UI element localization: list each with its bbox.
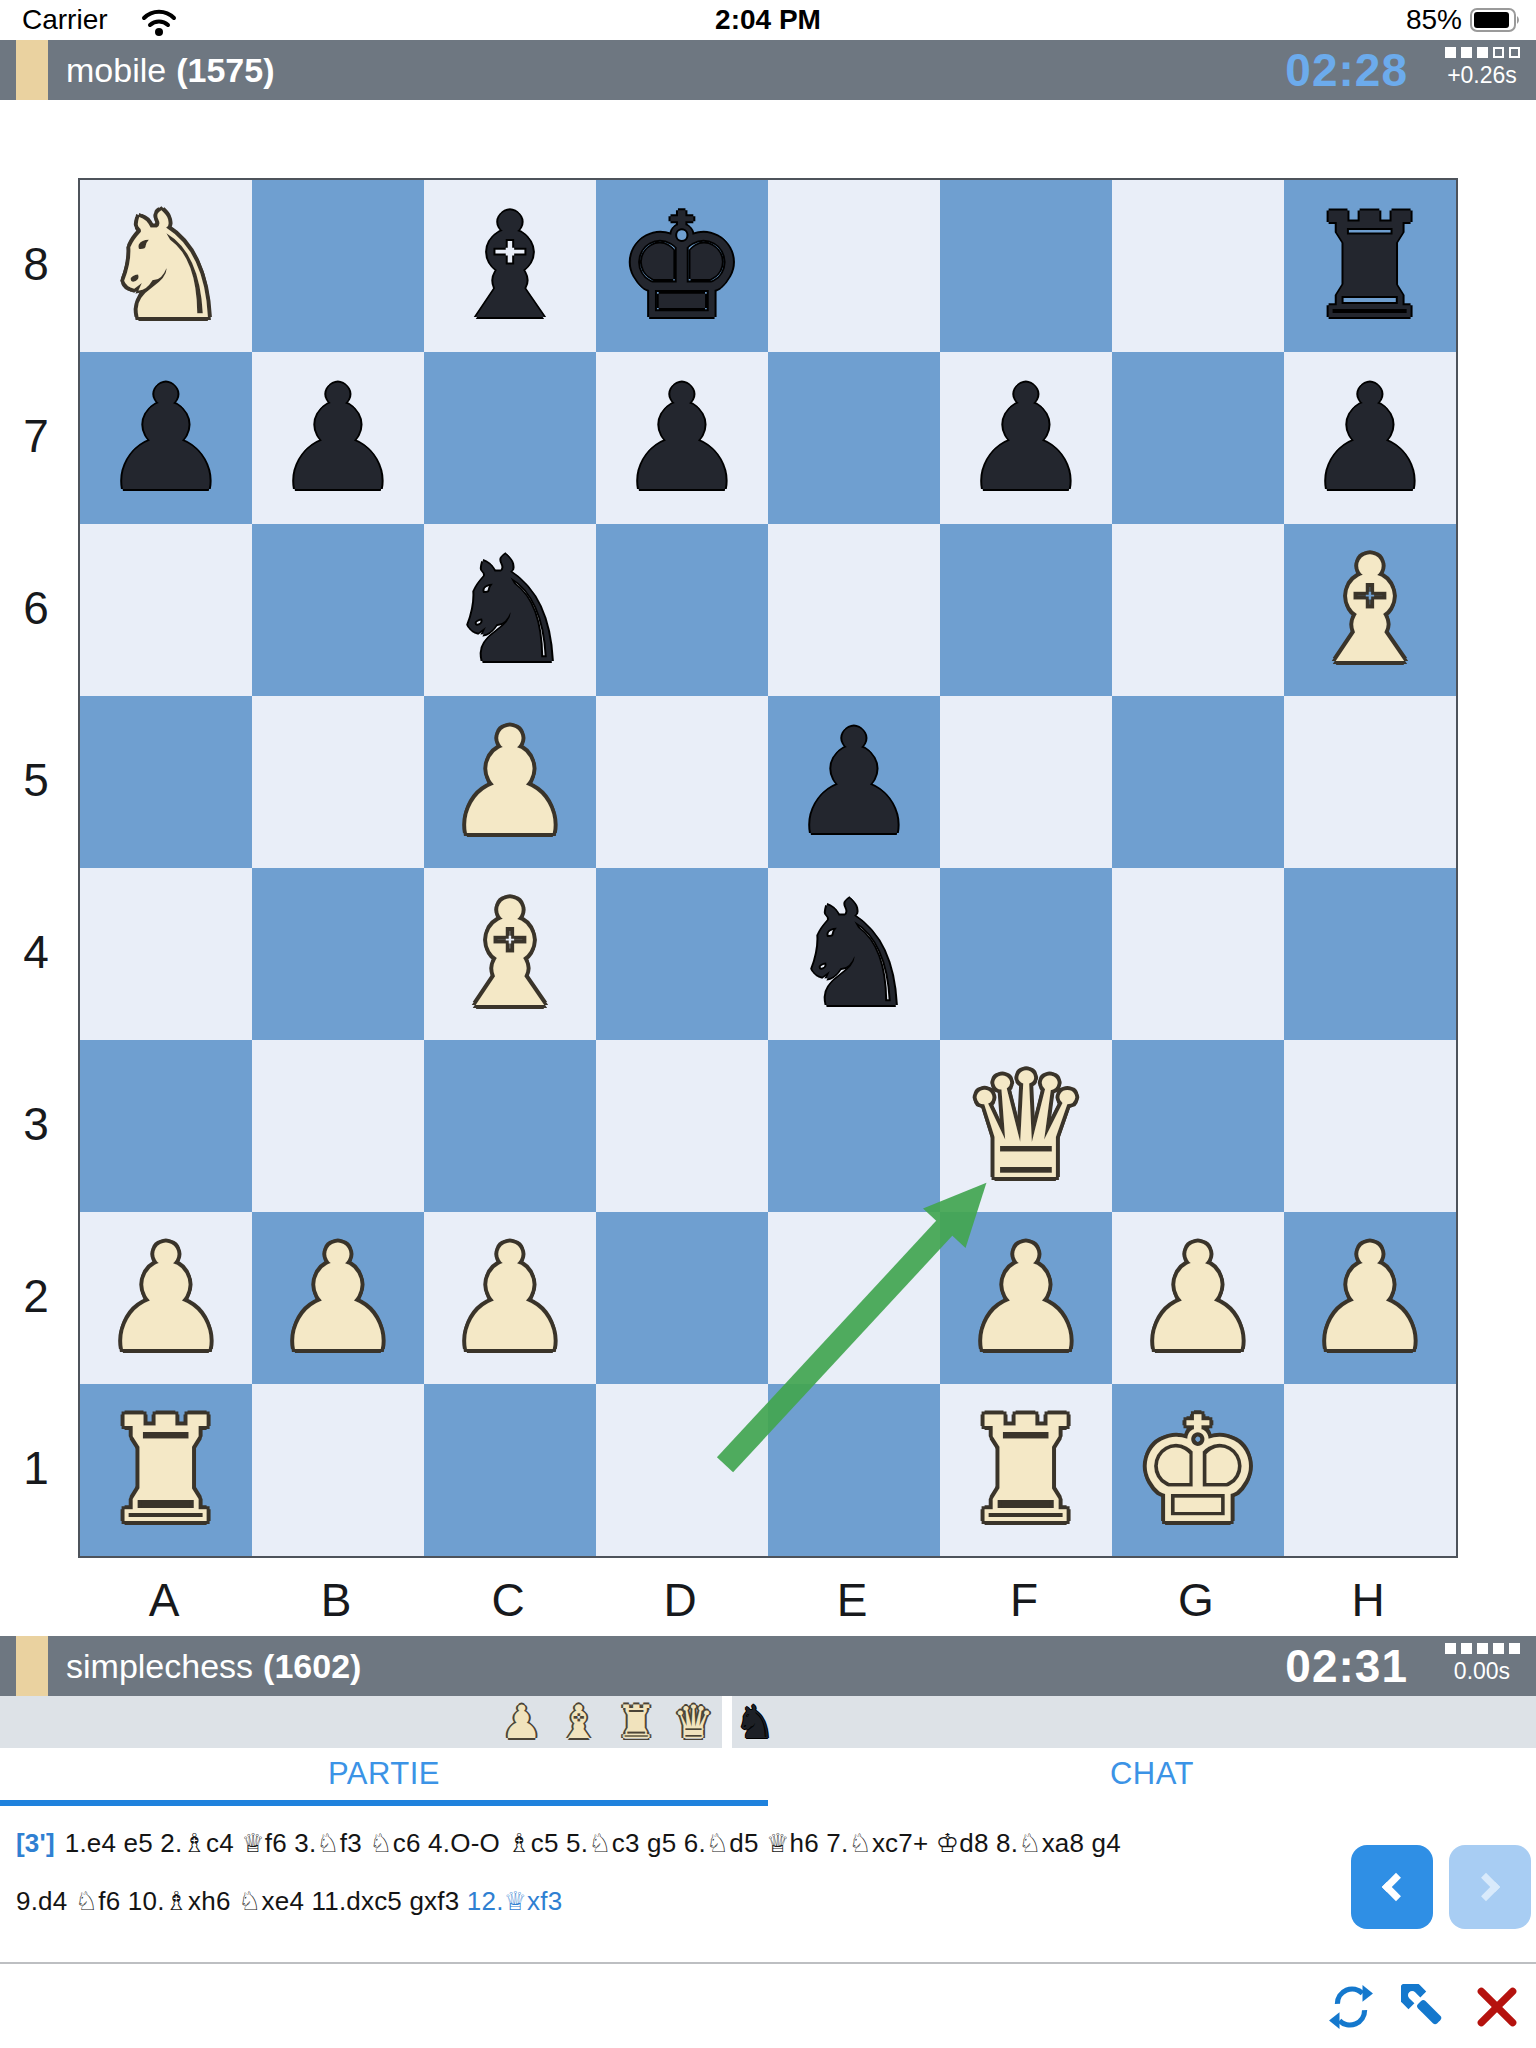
- square-h5[interactable]: [1284, 696, 1456, 868]
- chess-board[interactable]: ♞♝♚♜♟♟♟♟♟♞♝♟♟♝♞♛♟♟♟♟♟♟♜♜♚: [78, 178, 1458, 1558]
- signal-dot: [1477, 47, 1488, 58]
- white-pawn: ♟: [101, 1225, 232, 1371]
- square-b7[interactable]: ♟: [252, 352, 424, 524]
- time-control-badge: [3']: [16, 1828, 55, 1858]
- white-bishop: ♝: [1305, 537, 1436, 683]
- square-d6[interactable]: [596, 524, 768, 696]
- square-b8[interactable]: [252, 180, 424, 352]
- white-pawn: ♟: [1133, 1225, 1264, 1371]
- current-move: 12.♕xf3: [467, 1886, 563, 1916]
- player-signal-dots: [1434, 1643, 1530, 1654]
- square-g7[interactable]: [1112, 352, 1284, 524]
- square-f8[interactable]: [940, 180, 1112, 352]
- player-bar: simplechess(1602) 02:31 0.00s: [0, 1636, 1536, 1696]
- file-label-h: H: [1282, 1568, 1454, 1632]
- square-a6[interactable]: [80, 524, 252, 696]
- white-pawn: ♟: [961, 1225, 1092, 1371]
- moves-line-2: 9.d4 ♘f6 10.♗xh6 ♘xe4 11.dxc5 gxf3: [16, 1886, 467, 1916]
- file-label-d: D: [594, 1568, 766, 1632]
- square-h6[interactable]: ♝: [1284, 524, 1456, 696]
- square-a3[interactable]: [80, 1040, 252, 1212]
- signal-dot: [1509, 1643, 1520, 1654]
- opponent-clock: 02:28: [1285, 40, 1408, 100]
- opponent-name: mobile: [66, 51, 166, 89]
- captured-pieces-tray: ♟♝♜♛ ♞: [0, 1696, 1536, 1748]
- white-bishop: ♝: [445, 881, 576, 1027]
- square-d5[interactable]: [596, 696, 768, 868]
- black-knight: ♞: [445, 537, 576, 683]
- player-clock: 02:31: [1285, 1636, 1408, 1696]
- square-c3[interactable]: [424, 1040, 596, 1212]
- square-c1[interactable]: [424, 1384, 596, 1556]
- square-e5[interactable]: ♟: [768, 696, 940, 868]
- square-b2[interactable]: ♟: [252, 1212, 424, 1384]
- rank-label-8: 8: [10, 178, 62, 350]
- signal-dot: [1493, 47, 1504, 58]
- square-e2[interactable]: [768, 1212, 940, 1384]
- signal-dot: [1461, 47, 1472, 58]
- square-g3[interactable]: [1112, 1040, 1284, 1212]
- white-pawn: ♟: [273, 1225, 404, 1371]
- white-king: ♚: [1133, 1397, 1264, 1543]
- square-g1[interactable]: ♚: [1112, 1384, 1284, 1556]
- square-f2[interactable]: ♟: [940, 1212, 1112, 1384]
- file-label-a: A: [78, 1568, 250, 1632]
- square-h3[interactable]: [1284, 1040, 1456, 1212]
- square-e6[interactable]: [768, 524, 940, 696]
- square-c7[interactable]: [424, 352, 596, 524]
- chevron-right-icon: [1472, 1873, 1500, 1901]
- white-rook: ♜: [101, 1397, 232, 1543]
- signal-dot: [1461, 1643, 1472, 1654]
- captured-by-black: ♞: [734, 1696, 775, 1748]
- square-g8[interactable]: [1112, 180, 1284, 352]
- tab-bar: PARTIE CHAT: [0, 1748, 1536, 1806]
- rank-label-2: 2: [10, 1210, 62, 1382]
- toolbar-separator: [0, 1962, 1536, 1964]
- square-d4[interactable]: [596, 868, 768, 1040]
- square-h4[interactable]: [1284, 868, 1456, 1040]
- square-a5[interactable]: [80, 696, 252, 868]
- signal-dot: [1445, 1643, 1456, 1654]
- status-bar: Carrier 2:04 PM 85%: [0, 0, 1536, 40]
- square-g2[interactable]: ♟: [1112, 1212, 1284, 1384]
- next-move-button[interactable]: [1449, 1845, 1531, 1929]
- square-e8[interactable]: [768, 180, 940, 352]
- white-color-chip: [16, 40, 48, 100]
- moves-line-1: 1.e4 e5 2.♗c4 ♕f6 3.♘f3 ♘c6 4.O-O ♗c5 5.…: [65, 1828, 1121, 1858]
- square-e4[interactable]: ♞: [768, 868, 940, 1040]
- rank-label-4: 4: [10, 866, 62, 1038]
- black-pawn: ♟: [617, 365, 748, 511]
- square-f4[interactable]: [940, 868, 1112, 1040]
- opponent-signal-dots: [1434, 47, 1530, 58]
- square-h7[interactable]: ♟: [1284, 352, 1456, 524]
- square-d3[interactable]: [596, 1040, 768, 1212]
- player-rating: (1602): [263, 1647, 361, 1685]
- square-a4[interactable]: [80, 868, 252, 1040]
- file-label-e: E: [766, 1568, 938, 1632]
- black-rook: ♜: [1305, 193, 1436, 339]
- square-f3[interactable]: ♛: [940, 1040, 1112, 1212]
- white-pawn: ♟: [1305, 1225, 1436, 1371]
- square-f1[interactable]: ♜: [940, 1384, 1112, 1556]
- square-d7[interactable]: ♟: [596, 352, 768, 524]
- battery-percent: 85%: [1406, 4, 1462, 36]
- flip-board-icon[interactable]: [1328, 1984, 1374, 2030]
- white-queen: ♛: [961, 1053, 1092, 1199]
- rank-label-5: 5: [10, 694, 62, 866]
- file-label-f: F: [938, 1568, 1110, 1632]
- square-b6[interactable]: [252, 524, 424, 696]
- battery-icon: [1470, 7, 1522, 33]
- black-pawn: ♟: [789, 709, 920, 855]
- file-label-b: B: [250, 1568, 422, 1632]
- black-king: ♚: [617, 193, 748, 339]
- square-f6[interactable]: [940, 524, 1112, 696]
- white-pawn: ♟: [445, 709, 576, 855]
- captured-black-knight: ♞: [734, 1699, 775, 1745]
- rank-label-6: 6: [10, 522, 62, 694]
- rank-label-7: 7: [10, 350, 62, 522]
- rank-label-1: 1: [10, 1382, 62, 1554]
- black-bishop: ♝: [445, 193, 576, 339]
- captured-white-pawn: ♟: [501, 1699, 542, 1745]
- white-pawn: ♟: [445, 1225, 576, 1371]
- square-c5[interactable]: ♟: [424, 696, 596, 868]
- black-pawn: ♟: [101, 365, 232, 511]
- square-b4[interactable]: [252, 868, 424, 1040]
- signal-dot: [1445, 47, 1456, 58]
- opponent-rating: (1575): [176, 51, 274, 89]
- square-a8[interactable]: ♞: [80, 180, 252, 352]
- square-d8[interactable]: ♚: [596, 180, 768, 352]
- square-a1[interactable]: ♜: [80, 1384, 252, 1556]
- square-f5[interactable]: [940, 696, 1112, 868]
- captured-tray-divider: [722, 1696, 732, 1748]
- white-color-chip-bottom: [16, 1636, 48, 1696]
- square-g5[interactable]: [1112, 696, 1284, 868]
- square-a7[interactable]: ♟: [80, 352, 252, 524]
- square-g6[interactable]: [1112, 524, 1284, 696]
- close-game-icon[interactable]: [1474, 1984, 1520, 2030]
- white-knight: ♞: [101, 193, 232, 339]
- signal-dot: [1493, 1643, 1504, 1654]
- tab-partie[interactable]: PARTIE: [0, 1748, 768, 1800]
- square-a2[interactable]: ♟: [80, 1212, 252, 1384]
- square-d2[interactable]: [596, 1212, 768, 1384]
- square-h1[interactable]: [1284, 1384, 1456, 1556]
- battery-indicator: 85%: [1406, 4, 1522, 36]
- settings-wrench-icon[interactable]: [1401, 1984, 1447, 2030]
- square-c6[interactable]: ♞: [424, 524, 596, 696]
- square-d1[interactable]: [596, 1384, 768, 1556]
- player-bonus-block: 0.00s: [1434, 1643, 1530, 1685]
- captured-by-white: ♟♝♜♛: [501, 1696, 714, 1748]
- captured-white-queen: ♛: [673, 1699, 714, 1745]
- white-rook: ♜: [961, 1397, 1092, 1543]
- move-list: [3']1.e4 e5 2.♗c4 ♕f6 3.♘f3 ♘c6 4.O-O ♗c…: [16, 1814, 1346, 1930]
- opponent-bonus-text: +0.26s: [1447, 62, 1517, 88]
- square-h8[interactable]: ♜: [1284, 180, 1456, 352]
- square-b1[interactable]: [252, 1384, 424, 1556]
- square-b5[interactable]: [252, 696, 424, 868]
- signal-dot: [1477, 1643, 1488, 1654]
- square-e3[interactable]: [768, 1040, 940, 1212]
- square-f7[interactable]: ♟: [940, 352, 1112, 524]
- black-knight: ♞: [789, 881, 920, 1027]
- status-time: 2:04 PM: [0, 4, 1536, 36]
- square-c4[interactable]: ♝: [424, 868, 596, 1040]
- square-c8[interactable]: ♝: [424, 180, 596, 352]
- file-label-c: C: [422, 1568, 594, 1632]
- square-c2[interactable]: ♟: [424, 1212, 596, 1384]
- file-label-g: G: [1110, 1568, 1282, 1632]
- active-tab-underline: [0, 1800, 768, 1806]
- black-pawn: ♟: [961, 365, 1092, 511]
- opponent-bonus-block: +0.26s: [1434, 47, 1530, 89]
- previous-move-button[interactable]: [1351, 1845, 1433, 1929]
- opponent-bar: mobile(1575) 02:28 +0.26s: [0, 40, 1536, 100]
- square-e7[interactable]: [768, 352, 940, 524]
- player-bonus-text: 0.00s: [1454, 1658, 1510, 1684]
- square-g4[interactable]: [1112, 868, 1284, 1040]
- rank-label-3: 3: [10, 1038, 62, 1210]
- tab-chat[interactable]: CHAT: [768, 1748, 1536, 1800]
- black-pawn: ♟: [1305, 365, 1436, 511]
- square-e1[interactable]: [768, 1384, 940, 1556]
- player-name: simplechess: [66, 1647, 253, 1685]
- square-b3[interactable]: [252, 1040, 424, 1212]
- black-pawn: ♟: [273, 365, 404, 511]
- square-h2[interactable]: ♟: [1284, 1212, 1456, 1384]
- signal-dot: [1509, 47, 1520, 58]
- chevron-left-icon: [1382, 1873, 1410, 1901]
- captured-white-rook: ♜: [616, 1699, 657, 1745]
- captured-white-bishop: ♝: [558, 1699, 599, 1745]
